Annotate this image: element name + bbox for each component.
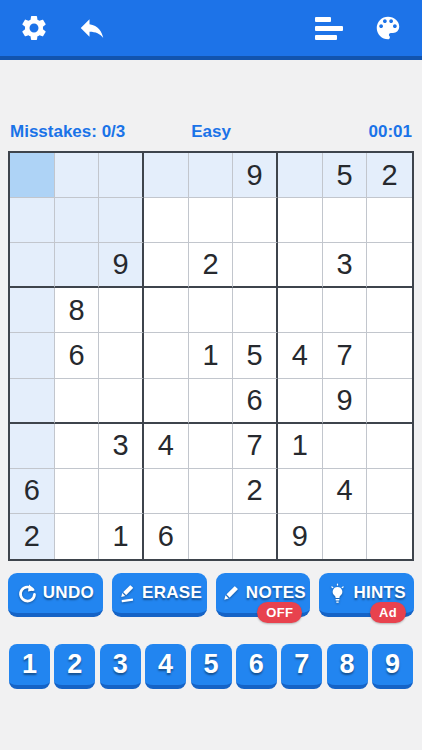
- sudoku-cell-r6c2[interactable]: 3: [99, 424, 144, 469]
- statistics-bars-icon[interactable]: [314, 12, 346, 44]
- erase-pencil-icon: [116, 583, 137, 604]
- sudoku-cell-r2c5[interactable]: [233, 243, 278, 288]
- sudoku-cell-r4c1[interactable]: 6: [55, 333, 100, 378]
- notes-off-badge: OFF: [257, 602, 302, 623]
- sudoku-cell-r3c2[interactable]: [99, 288, 144, 333]
- sudoku-cell-r6c5[interactable]: 7: [233, 424, 278, 469]
- sudoku-cell-r8c8[interactable]: [367, 514, 412, 559]
- sudoku-cell-r4c2[interactable]: [99, 333, 144, 378]
- erase-button[interactable]: ERASE: [112, 573, 207, 617]
- sudoku-cell-r1c2[interactable]: [99, 198, 144, 243]
- sudoku-cell-r7c8[interactable]: [367, 469, 412, 514]
- sudoku-cell-r5c6[interactable]: [278, 379, 323, 424]
- numpad-button-5[interactable]: 5: [191, 644, 232, 689]
- sudoku-cell-r2c2[interactable]: 9: [99, 243, 144, 288]
- sudoku-board: 9529238615476934716242169: [8, 151, 414, 561]
- sudoku-cell-r1c0[interactable]: [10, 198, 55, 243]
- hints-ad-badge: Ad: [370, 602, 406, 623]
- notes-button[interactable]: NOTES OFF: [216, 573, 311, 617]
- sudoku-cell-r3c6[interactable]: [278, 288, 323, 333]
- sudoku-cell-r5c1[interactable]: [55, 379, 100, 424]
- numpad-button-1[interactable]: 1: [9, 644, 50, 689]
- sudoku-cell-r1c6[interactable]: [278, 198, 323, 243]
- numpad-button-9[interactable]: 9: [372, 644, 413, 689]
- undo-button[interactable]: UNDO: [8, 573, 103, 617]
- sudoku-cell-r2c7[interactable]: 3: [323, 243, 368, 288]
- top-bar: [0, 0, 422, 60]
- sudoku-cell-r2c0[interactable]: [10, 243, 55, 288]
- sudoku-cell-r7c4[interactable]: [189, 469, 234, 514]
- sudoku-cell-r1c4[interactable]: [189, 198, 234, 243]
- hints-label: HINTS: [353, 583, 406, 603]
- sudoku-cell-r7c5[interactable]: 2: [233, 469, 278, 514]
- sudoku-cell-r1c7[interactable]: [323, 198, 368, 243]
- sudoku-cell-r8c3[interactable]: 6: [144, 514, 189, 559]
- sudoku-cell-r3c5[interactable]: [233, 288, 278, 333]
- sudoku-cell-r3c8[interactable]: [367, 288, 412, 333]
- sudoku-cell-r5c7[interactable]: 9: [323, 379, 368, 424]
- numpad-button-3[interactable]: 3: [100, 644, 141, 689]
- back-undo-arrow-icon[interactable]: [76, 12, 108, 44]
- sudoku-cell-r7c2[interactable]: [99, 469, 144, 514]
- status-row: Misstakes: 0/3 Easy 00:01: [10, 122, 412, 142]
- sudoku-cell-r5c2[interactable]: [99, 379, 144, 424]
- sudoku-cell-r6c8[interactable]: [367, 424, 412, 469]
- sudoku-cell-r7c6[interactable]: [278, 469, 323, 514]
- sudoku-cell-r4c4[interactable]: 1: [189, 333, 234, 378]
- sudoku-cell-r4c0[interactable]: [10, 333, 55, 378]
- undo-label: UNDO: [43, 583, 94, 603]
- sudoku-cell-r4c8[interactable]: [367, 333, 412, 378]
- sudoku-cell-r0c4[interactable]: [189, 153, 234, 198]
- sudoku-cell-r6c3[interactable]: 4: [144, 424, 189, 469]
- sudoku-cell-r8c6[interactable]: 9: [278, 514, 323, 559]
- settings-gear-icon[interactable]: [18, 12, 50, 44]
- sudoku-cell-r5c5[interactable]: 6: [233, 379, 278, 424]
- sudoku-cell-r6c0[interactable]: [10, 424, 55, 469]
- sudoku-cell-r7c1[interactable]: [55, 469, 100, 514]
- sudoku-cell-r2c1[interactable]: [55, 243, 100, 288]
- notes-label: NOTES: [246, 583, 306, 603]
- sudoku-cell-r6c6[interactable]: 1: [278, 424, 323, 469]
- mistakes-counter: Misstakes: 0/3: [10, 122, 191, 142]
- toolbar: UNDO ERASE NOTES OFF HINTS Ad: [8, 573, 414, 617]
- sudoku-cell-r5c3[interactable]: [144, 379, 189, 424]
- numpad-button-2[interactable]: 2: [54, 644, 95, 689]
- numpad-button-7[interactable]: 7: [281, 644, 322, 689]
- notes-pencil-icon: [220, 583, 241, 604]
- sudoku-cell-r8c1[interactable]: [55, 514, 100, 559]
- numpad-button-6[interactable]: 6: [236, 644, 277, 689]
- sudoku-cell-r2c6[interactable]: [278, 243, 323, 288]
- sudoku-cell-r2c8[interactable]: [367, 243, 412, 288]
- sudoku-cell-r5c4[interactable]: [189, 379, 234, 424]
- sudoku-cell-r0c8[interactable]: 2: [367, 153, 412, 198]
- sudoku-cell-r1c8[interactable]: [367, 198, 412, 243]
- sudoku-cell-r0c3[interactable]: [144, 153, 189, 198]
- sudoku-cell-r1c5[interactable]: [233, 198, 278, 243]
- topbar-right-group: [314, 12, 404, 44]
- sudoku-cell-r0c6[interactable]: [278, 153, 323, 198]
- sudoku-cell-r0c0[interactable]: [10, 153, 55, 198]
- sudoku-cell-r5c8[interactable]: [367, 379, 412, 424]
- numpad-button-4[interactable]: 4: [145, 644, 186, 689]
- theme-palette-icon[interactable]: [372, 12, 404, 44]
- board-container: 9529238615476934716242169: [8, 151, 414, 561]
- sudoku-cell-r4c3[interactable]: [144, 333, 189, 378]
- hints-button[interactable]: HINTS Ad: [319, 573, 414, 617]
- sudoku-cell-r0c2[interactable]: [99, 153, 144, 198]
- sudoku-cell-r3c4[interactable]: [189, 288, 234, 333]
- sudoku-cell-r4c6[interactable]: 4: [278, 333, 323, 378]
- game-timer: 00:01: [231, 122, 412, 142]
- sudoku-cell-r4c5[interactable]: 5: [233, 333, 278, 378]
- sudoku-cell-r1c1[interactable]: [55, 198, 100, 243]
- sudoku-cell-r3c1[interactable]: 8: [55, 288, 100, 333]
- sudoku-cell-r0c5[interactable]: 9: [233, 153, 278, 198]
- sudoku-cell-r3c7[interactable]: [323, 288, 368, 333]
- sudoku-cell-r7c7[interactable]: 4: [323, 469, 368, 514]
- sudoku-cell-r2c4[interactable]: 2: [189, 243, 234, 288]
- sudoku-cell-r8c2[interactable]: 1: [99, 514, 144, 559]
- sudoku-cell-r7c0[interactable]: 6: [10, 469, 55, 514]
- erase-label: ERASE: [142, 583, 202, 603]
- sudoku-cell-r8c7[interactable]: [323, 514, 368, 559]
- sudoku-cell-r0c7[interactable]: 5: [323, 153, 368, 198]
- sudoku-cell-r6c4[interactable]: [189, 424, 234, 469]
- hints-lightbulb-icon: [327, 583, 348, 604]
- sudoku-cell-r0c1[interactable]: [55, 153, 100, 198]
- sudoku-cell-r1c3[interactable]: [144, 198, 189, 243]
- sudoku-cell-r8c0[interactable]: 2: [10, 514, 55, 559]
- topbar-left-group: [18, 12, 108, 44]
- numpad-button-8[interactable]: 8: [327, 644, 368, 689]
- sudoku-cell-r6c1[interactable]: [55, 424, 100, 469]
- number-pad: 123456789: [9, 644, 413, 689]
- sudoku-cell-r8c4[interactable]: [189, 514, 234, 559]
- sudoku-cell-r2c3[interactable]: [144, 243, 189, 288]
- sudoku-cell-r3c3[interactable]: [144, 288, 189, 333]
- difficulty-label: Easy: [191, 122, 231, 142]
- sudoku-cell-r3c0[interactable]: [10, 288, 55, 333]
- sudoku-cell-r7c3[interactable]: [144, 469, 189, 514]
- sudoku-cell-r4c7[interactable]: 7: [323, 333, 368, 378]
- sudoku-cell-r8c5[interactable]: [233, 514, 278, 559]
- undo-circular-arrow-icon: [17, 583, 38, 604]
- sudoku-cell-r5c0[interactable]: [10, 379, 55, 424]
- sudoku-cell-r6c7[interactable]: [323, 424, 368, 469]
